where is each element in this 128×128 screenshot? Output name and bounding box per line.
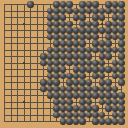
black-stone[interactable] [112, 27, 118, 33]
black-stone[interactable] [105, 34, 111, 40]
black-stone[interactable] [60, 47, 66, 53]
black-stone[interactable] [86, 86, 92, 92]
black-stone[interactable] [53, 99, 59, 105]
black-stone[interactable] [60, 60, 66, 66]
black-stone[interactable] [73, 14, 79, 20]
black-stone[interactable] [53, 86, 59, 92]
black-stone[interactable] [79, 73, 85, 79]
black-stone[interactable] [27, 1, 33, 7]
black-stone[interactable] [79, 8, 85, 14]
black-stone[interactable] [66, 34, 72, 40]
black-stone[interactable] [53, 8, 59, 14]
black-stone[interactable] [79, 79, 85, 85]
black-stone[interactable] [40, 53, 46, 59]
black-stone[interactable] [47, 14, 53, 20]
black-stone[interactable] [53, 92, 59, 98]
black-stone[interactable] [60, 99, 66, 105]
black-stone[interactable] [53, 66, 59, 72]
black-stone[interactable] [47, 86, 53, 92]
black-stone[interactable] [86, 79, 92, 85]
black-stone[interactable] [105, 40, 111, 46]
black-stone[interactable] [99, 8, 105, 14]
black-stone[interactable] [86, 27, 92, 33]
black-stone[interactable] [112, 118, 118, 124]
black-stone[interactable] [86, 112, 92, 118]
black-stone[interactable] [73, 118, 79, 124]
black-stone[interactable] [79, 86, 85, 92]
black-stone[interactable] [60, 1, 66, 7]
black-stone[interactable] [40, 86, 46, 92]
black-stone[interactable] [66, 118, 72, 124]
black-stone[interactable] [66, 1, 72, 7]
black-stone[interactable] [60, 34, 66, 40]
black-stone[interactable] [86, 60, 92, 66]
black-stone[interactable] [66, 53, 72, 59]
black-stone[interactable] [66, 99, 72, 105]
black-stone[interactable] [53, 53, 59, 59]
black-stone[interactable] [92, 34, 98, 40]
black-stone[interactable] [99, 27, 105, 33]
black-stone[interactable] [112, 86, 118, 92]
black-stone[interactable] [60, 112, 66, 118]
black-stone[interactable] [99, 14, 105, 20]
go-board[interactable] [0, 0, 128, 128]
black-stone[interactable] [60, 73, 66, 79]
black-stone[interactable] [105, 79, 111, 85]
black-stone[interactable] [47, 27, 53, 33]
black-stone[interactable] [86, 92, 92, 98]
black-stone[interactable] [79, 105, 85, 111]
black-stone[interactable] [118, 14, 124, 20]
black-stone[interactable] [99, 99, 105, 105]
black-stone[interactable] [112, 47, 118, 53]
black-stone[interactable] [53, 21, 59, 27]
black-stone[interactable] [112, 73, 118, 79]
black-stone[interactable] [86, 66, 92, 72]
black-stone[interactable] [92, 66, 98, 72]
black-stone[interactable] [60, 92, 66, 98]
black-stone[interactable] [47, 92, 53, 98]
black-stone[interactable] [66, 73, 72, 79]
black-stone[interactable] [112, 112, 118, 118]
black-stone[interactable] [118, 53, 124, 59]
black-stone[interactable] [99, 40, 105, 46]
intersection-18-18[interactable] [118, 118, 125, 125]
black-stone[interactable] [53, 27, 59, 33]
black-stone[interactable] [40, 79, 46, 85]
black-stone[interactable] [105, 53, 111, 59]
black-stone[interactable] [112, 8, 118, 14]
black-stone[interactable] [86, 105, 92, 111]
black-stone[interactable] [73, 27, 79, 33]
black-stone[interactable] [66, 47, 72, 53]
black-stone[interactable] [112, 105, 118, 111]
black-stone[interactable] [47, 79, 53, 85]
black-stone[interactable] [79, 53, 85, 59]
black-stone[interactable] [118, 40, 124, 46]
black-stone[interactable] [66, 92, 72, 98]
black-stone[interactable] [92, 47, 98, 53]
black-stone[interactable] [79, 21, 85, 27]
black-stone[interactable] [118, 73, 124, 79]
black-stone[interactable] [86, 21, 92, 27]
black-stone[interactable] [53, 14, 59, 20]
black-stone[interactable] [118, 66, 124, 72]
black-stone[interactable] [60, 21, 66, 27]
black-stone[interactable] [60, 118, 66, 124]
black-stone[interactable] [53, 105, 59, 111]
black-stone[interactable] [92, 60, 98, 66]
black-stone[interactable] [99, 79, 105, 85]
black-stone[interactable] [47, 73, 53, 79]
black-stone[interactable] [53, 73, 59, 79]
black-stone[interactable] [66, 27, 72, 33]
black-stone[interactable] [99, 60, 105, 66]
black-stone[interactable] [73, 112, 79, 118]
black-stone[interactable] [73, 92, 79, 98]
black-stone[interactable] [47, 34, 53, 40]
black-stone[interactable] [105, 118, 111, 124]
black-stone[interactable] [60, 105, 66, 111]
black-stone[interactable] [47, 8, 53, 14]
black-stone[interactable] [47, 21, 53, 27]
black-stone[interactable] [79, 14, 85, 20]
black-stone[interactable] [60, 86, 66, 92]
black-stone[interactable] [79, 40, 85, 46]
black-stone[interactable] [73, 53, 79, 59]
black-stone[interactable] [60, 8, 66, 14]
black-stone[interactable] [73, 40, 79, 46]
black-stone[interactable] [86, 47, 92, 53]
black-stone[interactable] [73, 86, 79, 92]
black-stone[interactable] [79, 34, 85, 40]
black-stone[interactable] [99, 47, 105, 53]
black-stone[interactable] [118, 99, 124, 105]
black-stone[interactable] [53, 40, 59, 46]
black-stone[interactable] [60, 66, 66, 72]
black-stone[interactable] [99, 53, 105, 59]
black-stone[interactable] [92, 112, 98, 118]
black-stone[interactable] [112, 92, 118, 98]
black-stone[interactable] [92, 118, 98, 124]
black-stone[interactable] [118, 8, 124, 14]
black-stone[interactable] [73, 79, 79, 85]
black-stone[interactable] [92, 86, 98, 92]
black-stone[interactable] [92, 1, 98, 7]
black-stone[interactable] [53, 47, 59, 53]
black-stone[interactable] [112, 34, 118, 40]
black-stone[interactable] [73, 60, 79, 66]
black-stone[interactable] [118, 34, 124, 40]
board-grid [1, 1, 125, 125]
black-stone[interactable] [105, 21, 111, 27]
black-stone[interactable] [105, 105, 111, 111]
black-stone[interactable] [112, 60, 118, 66]
black-stone[interactable] [92, 21, 98, 27]
black-stone[interactable] [79, 66, 85, 72]
black-stone[interactable] [53, 60, 59, 66]
black-stone[interactable] [118, 118, 124, 124]
black-stone[interactable] [105, 47, 111, 53]
black-stone[interactable] [60, 27, 66, 33]
black-stone[interactable] [105, 8, 111, 14]
black-stone[interactable] [66, 79, 72, 85]
black-stone[interactable] [79, 92, 85, 98]
black-stone[interactable] [86, 53, 92, 59]
black-stone[interactable] [73, 47, 79, 53]
black-stone[interactable] [99, 73, 105, 79]
black-stone[interactable] [112, 66, 118, 72]
black-stone[interactable] [47, 53, 53, 59]
black-stone[interactable] [118, 60, 124, 66]
black-stone[interactable] [79, 27, 85, 33]
black-stone[interactable] [92, 40, 98, 46]
black-stone[interactable] [112, 21, 118, 27]
black-stone[interactable] [66, 86, 72, 92]
black-stone[interactable] [53, 1, 59, 7]
black-stone[interactable] [92, 92, 98, 98]
black-stone[interactable] [73, 8, 79, 14]
black-stone[interactable] [105, 99, 111, 105]
black-stone[interactable] [66, 8, 72, 14]
black-stone[interactable] [86, 8, 92, 14]
black-stone[interactable] [99, 92, 105, 98]
black-stone[interactable] [47, 60, 53, 66]
black-stone[interactable] [92, 27, 98, 33]
black-stone[interactable] [92, 73, 98, 79]
black-stone[interactable] [105, 86, 111, 92]
black-stone[interactable] [53, 112, 59, 118]
black-stone[interactable] [47, 66, 53, 72]
black-stone[interactable] [105, 27, 111, 33]
black-stone[interactable] [92, 105, 98, 111]
black-stone[interactable] [73, 73, 79, 79]
black-stone[interactable] [66, 40, 72, 46]
black-stone[interactable] [92, 8, 98, 14]
black-stone[interactable] [53, 79, 59, 85]
black-stone[interactable] [118, 79, 124, 85]
black-stone[interactable] [79, 47, 85, 53]
black-stone[interactable] [99, 86, 105, 92]
black-stone[interactable] [40, 60, 46, 66]
black-stone[interactable] [86, 1, 92, 7]
black-stone[interactable] [79, 60, 85, 66]
black-stone[interactable] [60, 40, 66, 46]
black-stone[interactable] [105, 92, 111, 98]
black-stone[interactable] [105, 1, 111, 7]
black-stone[interactable] [118, 105, 124, 111]
black-stone[interactable] [112, 14, 118, 20]
black-stone[interactable] [118, 47, 124, 53]
black-stone[interactable] [73, 105, 79, 111]
black-stone[interactable] [66, 21, 72, 27]
black-stone[interactable] [112, 99, 118, 105]
black-stone[interactable] [99, 112, 105, 118]
black-stone[interactable] [60, 14, 66, 20]
black-stone[interactable] [66, 60, 72, 66]
black-stone[interactable] [112, 1, 118, 7]
black-stone[interactable] [118, 21, 124, 27]
black-stone[interactable] [99, 66, 105, 72]
black-stone[interactable] [79, 118, 85, 124]
black-stone[interactable] [99, 118, 105, 124]
black-stone[interactable] [47, 47, 53, 53]
black-stone[interactable] [66, 112, 72, 118]
black-stone[interactable] [118, 27, 124, 33]
black-stone[interactable] [53, 34, 59, 40]
black-stone[interactable] [118, 1, 124, 7]
black-stone[interactable] [79, 1, 85, 7]
black-stone[interactable] [92, 14, 98, 20]
black-stone[interactable] [73, 34, 79, 40]
black-stone[interactable] [118, 92, 124, 98]
screenshot-root [0, 0, 128, 128]
black-stone[interactable] [86, 99, 92, 105]
black-stone[interactable] [60, 53, 66, 59]
black-stone[interactable] [79, 99, 85, 105]
black-stone[interactable] [79, 112, 85, 118]
black-stone[interactable] [86, 34, 92, 40]
black-stone[interactable] [73, 66, 79, 72]
black-stone[interactable] [118, 112, 124, 118]
black-stone[interactable] [66, 105, 72, 111]
black-stone[interactable] [105, 66, 111, 72]
